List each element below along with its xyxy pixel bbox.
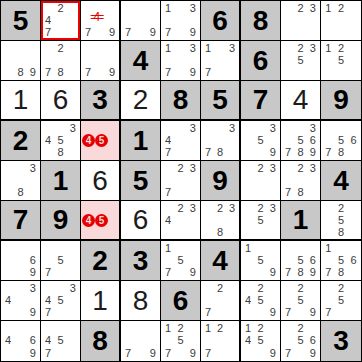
candidate-grid: 12	[322, 2, 360, 39]
cell-r4c5[interactable]: 347	[161, 121, 201, 161]
cell-r2c7[interactable]: 6	[241, 41, 281, 81]
candidate-grid: 79	[82, 42, 118, 79]
cell-r1c5[interactable]: 1379	[161, 1, 201, 41]
candidate-grid: 12579	[162, 322, 199, 360]
candidate-6: 6	[307, 134, 319, 146]
candidate-grid: 3458	[42, 122, 79, 159]
cell-r6c6[interactable]: 238	[201, 201, 241, 241]
candidate-6: 6	[307, 254, 319, 266]
solved-digit: 2	[121, 81, 160, 119]
candidate-8: 8	[294, 267, 306, 279]
candidate-grid: 2579	[282, 282, 319, 319]
candidate-grid: 25679	[282, 322, 319, 360]
candidate-grid: 378	[202, 122, 238, 159]
candidate-4: 4	[42, 134, 54, 146]
candidate-3: 3	[307, 122, 319, 134]
candidate-grid: 3457	[42, 282, 79, 319]
candidate-1: 1	[242, 242, 254, 254]
candidate-6: 6	[27, 254, 39, 266]
candidate-4: 4	[42, 14, 54, 26]
cell-r9c3[interactable]: 8	[81, 321, 121, 361]
candidate-6: 6	[347, 254, 360, 266]
highlighted-candidate-5: 5	[95, 134, 108, 147]
candidate-7: 7	[202, 347, 214, 360]
cell-r1c3[interactable]: 794	[81, 1, 121, 41]
candidate-7: 7	[162, 147, 174, 159]
cell-r9c7[interactable]: 12459	[241, 321, 281, 361]
given-digit: 3	[81, 81, 119, 119]
cell-r2c2[interactable]: 278	[41, 41, 81, 81]
candidate-2: 2	[54, 2, 66, 14]
given-digit: 2	[1, 121, 40, 160]
candidate-9: 9	[267, 307, 279, 319]
candidate-1: 1	[322, 2, 335, 14]
candidate-8: 8	[335, 147, 348, 159]
candidate-1: 1	[322, 42, 335, 54]
candidate-4: 4	[242, 294, 254, 306]
cell-r9c2[interactable]: 457	[41, 321, 81, 361]
candidate-5: 5	[335, 134, 348, 146]
cell-r8c2[interactable]: 3457	[41, 281, 81, 321]
candidate-9: 9	[187, 67, 199, 79]
candidate-2: 2	[254, 202, 266, 214]
cell-r5c1[interactable]: 38	[1, 161, 41, 201]
given-digit: 4	[121, 41, 160, 80]
candidate-3: 3	[226, 122, 238, 134]
candidate-2: 2	[54, 42, 66, 54]
cell-r6c1[interactable]: 7	[1, 201, 41, 241]
candidate-5: 5	[54, 335, 66, 348]
cell-r6c2[interactable]: 9	[41, 201, 81, 241]
candidate-7: 7	[282, 307, 294, 319]
candidate-6: 6	[27, 335, 39, 348]
candidate-1: 1	[242, 322, 254, 335]
candidate-8: 8	[294, 187, 306, 199]
candidate-3: 3	[226, 202, 238, 214]
candidate-3: 3	[67, 282, 79, 294]
cell-r6c5[interactable]: 234	[161, 201, 201, 241]
cell-r7c2[interactable]: 57	[41, 241, 81, 281]
candidate-7: 7	[122, 347, 134, 360]
cell-r1c9[interactable]: 12	[321, 1, 361, 41]
cell-r8c1[interactable]: 349	[1, 281, 41, 321]
solved-digit: 1	[1, 81, 40, 119]
candidate-4: 4	[162, 134, 174, 146]
candidate-5: 5	[254, 214, 266, 226]
candidate-7: 7	[282, 187, 294, 199]
candidate-7: 7	[282, 267, 294, 279]
cell-r7c1[interactable]: 69	[1, 241, 41, 281]
cell-r8c7[interactable]: 2459	[241, 281, 281, 321]
cell-r9c9[interactable]: 3	[321, 321, 361, 361]
sudoku-board: 5247794791379682312892787941379137623512…	[0, 0, 362, 362]
cell-r4c6[interactable]: 378	[201, 121, 241, 161]
given-digit: 2	[81, 241, 119, 280]
candidate-5: 5	[294, 294, 306, 306]
candidate-2: 2	[294, 282, 306, 294]
candidate-5: 5	[254, 335, 266, 348]
candidate-grid: 234	[162, 202, 199, 238]
candidate-grid: 237	[162, 162, 199, 199]
candidate-5: 5	[254, 134, 266, 146]
candidate-9: 9	[27, 267, 39, 279]
candidate-2: 2	[294, 42, 306, 54]
cell-r2c1[interactable]: 89	[1, 41, 41, 81]
given-digit: 8	[241, 1, 280, 40]
candidate-grid: 56789	[282, 242, 319, 279]
candidate-8: 8	[14, 67, 26, 79]
candidate-grid: 45	[82, 202, 118, 238]
candidate-3: 3	[307, 162, 319, 174]
given-digit: 8	[81, 321, 119, 361]
candidate-grid: 23	[242, 162, 279, 199]
candidate-5: 5	[54, 134, 66, 146]
cell-r5c3[interactable]: 6	[81, 161, 121, 201]
cell-r5c7[interactable]: 23	[241, 161, 281, 201]
cell-r1c6[interactable]: 6	[201, 1, 241, 41]
cell-r6c4[interactable]: 6	[121, 201, 161, 241]
candidate-8: 8	[14, 187, 26, 199]
solved-digit: 1	[81, 281, 119, 320]
candidate-7: 7	[162, 267, 174, 279]
cell-r9c1[interactable]: 469	[1, 321, 41, 361]
candidate-4: 4	[2, 294, 14, 306]
candidate-9: 9	[187, 347, 199, 360]
candidate-4: 4	[242, 335, 254, 348]
cell-r4c9[interactable]: 5678	[321, 121, 361, 161]
candidate-grid: 235	[282, 42, 319, 79]
candidate-3: 3	[226, 42, 238, 54]
given-digit: 5	[121, 161, 160, 200]
cell-r4c4[interactable]: 1	[121, 121, 161, 161]
candidate-grid: 79	[122, 2, 159, 39]
cell-r2c8[interactable]: 235	[281, 41, 321, 81]
candidate-8: 8	[214, 147, 226, 159]
candidate-grid: 347	[162, 122, 199, 159]
given-digit: 9	[201, 161, 239, 200]
candidate-9: 9	[307, 147, 319, 159]
candidate-2: 2	[214, 322, 226, 335]
candidate-8: 8	[335, 226, 348, 238]
candidate-grid: 359	[242, 122, 279, 159]
candidate-grid: 137	[202, 42, 238, 79]
candidate-7: 7	[42, 27, 54, 39]
candidate-grid: 45	[82, 122, 118, 159]
candidate-4: 4	[42, 335, 54, 348]
candidate-2: 2	[335, 282, 348, 294]
candidate-4: 4	[162, 214, 174, 226]
given-digit: 4	[321, 161, 361, 200]
cell-r6c3[interactable]: 45	[81, 201, 121, 241]
candidate-7: 7	[42, 267, 54, 279]
given-digit: 1	[281, 201, 320, 239]
candidate-grid: 127	[202, 322, 238, 360]
candidate-1: 1	[202, 322, 214, 335]
candidate-6: 6	[307, 335, 319, 348]
candidate-7: 7	[42, 307, 54, 319]
candidate-3: 3	[187, 2, 199, 14]
given-digit: 9	[41, 201, 80, 239]
cell-r2c3[interactable]: 79	[81, 41, 121, 81]
candidate-9: 9	[27, 307, 39, 319]
candidate-5: 5	[54, 254, 66, 266]
cell-r4c8[interactable]: 356789	[281, 121, 321, 161]
candidate-2: 2	[254, 282, 266, 294]
candidate-2: 2	[294, 322, 306, 335]
candidate-7: 7	[202, 147, 214, 159]
candidate-grid: 469	[2, 322, 39, 360]
candidate-grid: 27	[202, 282, 238, 319]
candidate-7: 7	[202, 307, 214, 319]
candidate-5: 5	[335, 54, 348, 66]
candidate-9: 9	[307, 347, 319, 360]
candidate-3: 3	[187, 42, 199, 54]
candidate-9: 9	[27, 347, 39, 360]
candidate-grid: 349	[2, 282, 39, 319]
given-digit: 6	[241, 41, 280, 80]
candidate-5: 5	[174, 254, 186, 266]
cell-r8c3[interactable]: 1	[81, 281, 121, 321]
candidate-grid: 1379	[162, 42, 199, 79]
candidate-9: 9	[267, 267, 279, 279]
candidate-7: 7	[322, 147, 335, 159]
cell-r7c9[interactable]: 15678	[321, 241, 361, 281]
given-digit: 3	[321, 321, 361, 361]
cell-r7c7[interactable]: 159	[241, 241, 281, 281]
cell-r2c6[interactable]: 137	[201, 41, 241, 81]
cell-r4c2[interactable]: 3458	[41, 121, 81, 161]
candidate-3: 3	[187, 162, 199, 174]
candidate-2: 2	[214, 282, 226, 294]
candidate-2: 2	[254, 322, 266, 335]
cell-r3c5[interactable]: 8	[161, 81, 201, 121]
cell-r9c4[interactable]: 79	[121, 321, 161, 361]
solved-digit: 6	[41, 81, 80, 119]
candidate-2: 2	[294, 162, 306, 174]
given-digit: 8	[161, 81, 200, 119]
candidate-grid: 278	[42, 42, 79, 79]
highlighted-candidate-4: 4	[82, 214, 95, 227]
candidate-2: 2	[335, 202, 348, 214]
cell-r3c2[interactable]: 6	[41, 81, 81, 121]
candidate-7: 7	[42, 67, 54, 79]
candidate-7: 7	[322, 267, 335, 279]
cell-r1c4[interactable]: 79	[121, 1, 161, 41]
cell-r5c9[interactable]: 4	[321, 161, 361, 201]
given-digit: 4	[201, 241, 239, 280]
cell-r8c8[interactable]: 2579	[281, 281, 321, 321]
candidate-5: 5	[254, 254, 266, 266]
given-digit: 1	[121, 121, 160, 160]
candidate-grid: 1579	[162, 242, 199, 279]
candidate-4: 4	[2, 335, 14, 348]
candidate-8: 8	[54, 147, 66, 159]
cell-r7c6[interactable]: 4	[201, 241, 241, 281]
candidate-3: 3	[67, 122, 79, 134]
candidate-9: 9	[27, 67, 39, 79]
candidate-3: 3	[267, 162, 279, 174]
candidate-7: 7	[162, 27, 174, 39]
cell-r5c4[interactable]: 5	[121, 161, 161, 201]
candidate-grid: 2378	[282, 162, 319, 199]
candidate-9: 9	[106, 67, 118, 79]
cell-r9c5[interactable]: 12579	[161, 321, 201, 361]
given-digit: 9	[321, 81, 361, 119]
cell-r1c8[interactable]: 23	[281, 1, 321, 41]
candidate-2: 2	[214, 202, 226, 214]
candidate-9: 9	[187, 267, 199, 279]
cell-r8c6[interactable]: 27	[201, 281, 241, 321]
candidate-7: 7	[202, 67, 214, 79]
solved-digit: 6	[81, 161, 119, 200]
candidate-9: 9	[267, 147, 279, 159]
given-digit: 6	[161, 281, 200, 320]
cell-r6c9[interactable]: 258	[321, 201, 361, 241]
candidate-grid: 235	[242, 202, 279, 238]
candidate-3: 3	[267, 202, 279, 214]
given-digit: 6	[201, 1, 239, 40]
candidate-3: 3	[187, 122, 199, 134]
cell-r4c7[interactable]: 359	[241, 121, 281, 161]
given-digit: 3	[121, 241, 160, 280]
candidate-7: 7	[282, 347, 294, 360]
candidate-2: 2	[294, 2, 306, 14]
given-digit: 5	[201, 81, 239, 119]
cell-r8c5[interactable]: 6	[161, 281, 201, 321]
cell-r3c8[interactable]: 4	[281, 81, 321, 121]
solved-digit: 4	[281, 81, 320, 119]
candidate-grid: 15678	[322, 242, 360, 279]
candidate-2: 2	[174, 162, 186, 174]
candidate-5: 5	[335, 254, 348, 266]
candidate-5: 5	[254, 294, 266, 306]
cell-r2c9[interactable]: 125	[321, 41, 361, 81]
candidate-2: 2	[174, 202, 186, 214]
candidate-7: 7	[82, 67, 94, 79]
candidate-3: 3	[267, 122, 279, 134]
candidate-8: 8	[214, 226, 226, 238]
cell-r6c7[interactable]: 235	[241, 201, 281, 241]
candidate-5: 5	[294, 54, 306, 66]
candidate-3: 3	[187, 202, 199, 214]
cell-r3c3[interactable]: 3	[81, 81, 121, 121]
candidate-grid: 159	[242, 242, 279, 279]
candidate-9: 9	[147, 347, 159, 360]
cell-r3c1[interactable]: 1	[1, 81, 41, 121]
candidate-5: 5	[335, 214, 348, 226]
candidate-1: 1	[162, 2, 174, 14]
candidate-7: 7	[162, 67, 174, 79]
candidate-grid: 89	[2, 42, 39, 79]
candidate-2: 2	[335, 2, 348, 14]
candidate-grid: 12459	[242, 322, 279, 360]
highlighted-candidate-4: 4	[82, 134, 95, 147]
cell-r3c4[interactable]: 2	[121, 81, 161, 121]
candidate-grid: 238	[202, 202, 238, 238]
candidate-7: 7	[162, 187, 174, 199]
candidate-5: 5	[294, 254, 306, 266]
candidate-7: 7	[42, 347, 54, 360]
given-digit: 7	[1, 201, 40, 239]
cell-r7c4[interactable]: 3	[121, 241, 161, 281]
candidate-7: 7	[322, 307, 335, 319]
candidate-grid: 356789	[282, 122, 319, 159]
highlighted-candidate-5: 5	[95, 214, 108, 227]
candidate-grid: 125	[322, 42, 360, 79]
cell-r5c8[interactable]: 2378	[281, 161, 321, 201]
candidate-grid: 2459	[242, 282, 279, 319]
cell-r1c2[interactable]: 247	[41, 1, 81, 41]
cell-r5c2[interactable]: 1	[41, 161, 81, 201]
cell-r7c3[interactable]: 2	[81, 241, 121, 281]
candidate-grid: 457	[42, 322, 79, 360]
candidate-grid: 57	[42, 242, 79, 279]
candidate-grid: 23	[282, 2, 319, 39]
candidate-3: 3	[27, 162, 39, 174]
cell-r9c6[interactable]: 127	[201, 321, 241, 361]
cell-r9c8[interactable]: 25679	[281, 321, 321, 361]
cell-r7c5[interactable]: 1579	[161, 241, 201, 281]
cell-r4c1[interactable]: 2	[1, 121, 41, 161]
candidate-1: 1	[202, 42, 214, 54]
cell-r3c7[interactable]: 7	[241, 81, 281, 121]
candidate-grid: 1379	[162, 2, 199, 39]
given-digit: 1	[41, 161, 80, 200]
candidate-5: 5	[294, 335, 306, 348]
candidate-grid: 257	[322, 282, 360, 319]
cell-r6c8[interactable]: 1	[281, 201, 321, 241]
cell-r5c6[interactable]: 9	[201, 161, 241, 201]
cell-r8c4[interactable]: 8	[121, 281, 161, 321]
cell-r1c7[interactable]: 8	[241, 1, 281, 41]
candidate-4: 4	[42, 294, 54, 306]
candidate-7: 7	[82, 27, 94, 39]
solved-digit: 8	[121, 281, 160, 320]
candidate-6: 6	[347, 134, 360, 146]
candidate-9: 9	[187, 27, 199, 39]
candidate-3: 3	[27, 282, 39, 294]
candidate-9: 9	[307, 267, 319, 279]
cell-r5c5[interactable]: 237	[161, 161, 201, 201]
candidate-grid: 247	[42, 2, 79, 39]
candidate-grid: 38	[2, 162, 39, 199]
candidate-1: 1	[322, 242, 335, 254]
candidate-5: 5	[294, 134, 306, 146]
candidate-8: 8	[335, 267, 348, 279]
candidate-9: 9	[147, 27, 159, 39]
candidate-5: 5	[335, 294, 348, 306]
cell-r4c3[interactable]: 45	[81, 121, 121, 161]
cell-r2c5[interactable]: 1379	[161, 41, 201, 81]
cell-r2c4[interactable]: 4	[121, 41, 161, 81]
candidate-3: 3	[307, 2, 319, 14]
candidate-2: 2	[174, 322, 186, 335]
cell-r3c6[interactable]: 5	[201, 81, 241, 121]
solved-digit: 6	[121, 201, 160, 239]
cell-r1c1[interactable]: 5	[1, 1, 41, 41]
candidate-1: 1	[162, 242, 174, 254]
given-digit: 5	[1, 1, 40, 40]
candidate-grid: 5678	[322, 122, 360, 159]
given-digit: 7	[241, 81, 280, 119]
cell-r3c9[interactable]: 9	[321, 81, 361, 121]
cell-r7c8[interactable]: 56789	[281, 241, 321, 281]
candidate-1: 1	[162, 322, 174, 335]
candidate-grid: 258	[322, 202, 360, 238]
cell-r8c9[interactable]: 257	[321, 281, 361, 321]
candidate-7: 7	[162, 347, 174, 360]
candidate-9: 9	[106, 27, 118, 39]
